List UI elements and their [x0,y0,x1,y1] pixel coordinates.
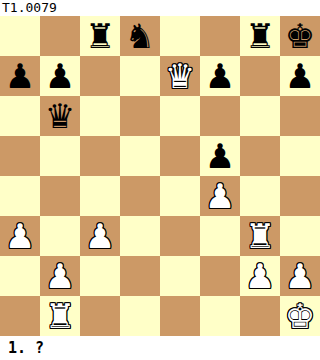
square-g2[interactable]: ♟ [240,256,280,296]
square-h4[interactable] [280,176,320,216]
piece-black-pawn: ♟ [40,56,80,96]
square-d2[interactable] [120,256,160,296]
piece-white-pawn: ♟ [280,256,320,296]
square-a6[interactable] [0,96,40,136]
square-d8[interactable]: ♞ [120,16,160,56]
piece-white-queen: ♛ [160,56,200,96]
square-g1[interactable] [240,296,280,336]
square-e7[interactable]: ♛ [160,56,200,96]
piece-black-rook: ♜ [240,16,280,56]
move-prompt: 1. ? [0,336,320,360]
square-b3[interactable] [40,216,80,256]
square-c4[interactable] [80,176,120,216]
square-h1[interactable]: ♚ [280,296,320,336]
square-d4[interactable] [120,176,160,216]
piece-white-pawn: ♟ [240,256,280,296]
square-b2[interactable]: ♟ [40,256,80,296]
square-b7[interactable]: ♟ [40,56,80,96]
square-f2[interactable] [200,256,240,296]
square-f6[interactable] [200,96,240,136]
square-h8[interactable]: ♚ [280,16,320,56]
square-c3[interactable]: ♟ [80,216,120,256]
square-b8[interactable] [40,16,80,56]
square-c1[interactable] [80,296,120,336]
square-b5[interactable] [40,136,80,176]
square-b6[interactable]: ♛ [40,96,80,136]
square-a5[interactable] [0,136,40,176]
piece-white-rook: ♜ [40,296,80,336]
square-a7[interactable]: ♟ [0,56,40,96]
square-d3[interactable] [120,216,160,256]
square-h2[interactable]: ♟ [280,256,320,296]
piece-white-pawn: ♟ [0,216,40,256]
square-f7[interactable]: ♟ [200,56,240,96]
square-g4[interactable] [240,176,280,216]
square-f5[interactable]: ♟ [200,136,240,176]
square-d7[interactable] [120,56,160,96]
square-d1[interactable] [120,296,160,336]
square-e5[interactable] [160,136,200,176]
square-b1[interactable]: ♜ [40,296,80,336]
square-g3[interactable]: ♜ [240,216,280,256]
square-f4[interactable]: ♟ [200,176,240,216]
piece-white-king: ♚ [280,296,320,336]
chess-board: ♜♞♜♚♟♟♛♟♟♛♟♟♟♟♜♟♟♟♜♚ [0,16,320,336]
piece-black-queen: ♛ [40,96,80,136]
piece-black-pawn: ♟ [200,56,240,96]
square-e2[interactable] [160,256,200,296]
square-e4[interactable] [160,176,200,216]
square-a1[interactable] [0,296,40,336]
piece-white-pawn: ♟ [40,256,80,296]
square-c6[interactable] [80,96,120,136]
puzzle-id: T1.0079 [0,0,320,16]
square-a3[interactable]: ♟ [0,216,40,256]
square-h6[interactable] [280,96,320,136]
square-d6[interactable] [120,96,160,136]
square-e8[interactable] [160,16,200,56]
square-g6[interactable] [240,96,280,136]
square-f3[interactable] [200,216,240,256]
square-d5[interactable] [120,136,160,176]
piece-black-pawn: ♟ [200,136,240,176]
piece-black-knight: ♞ [120,16,160,56]
piece-white-rook: ♜ [240,216,280,256]
square-c5[interactable] [80,136,120,176]
piece-black-rook: ♜ [80,16,120,56]
square-h5[interactable] [280,136,320,176]
square-f1[interactable] [200,296,240,336]
square-a4[interactable] [0,176,40,216]
piece-black-pawn: ♟ [280,56,320,96]
piece-white-pawn: ♟ [200,176,240,216]
square-e6[interactable] [160,96,200,136]
square-g5[interactable] [240,136,280,176]
square-c8[interactable]: ♜ [80,16,120,56]
square-f8[interactable] [200,16,240,56]
square-a2[interactable] [0,256,40,296]
square-b4[interactable] [40,176,80,216]
square-h7[interactable]: ♟ [280,56,320,96]
piece-black-pawn: ♟ [0,56,40,96]
square-g8[interactable]: ♜ [240,16,280,56]
square-h3[interactable] [280,216,320,256]
piece-black-king: ♚ [280,16,320,56]
piece-white-pawn: ♟ [80,216,120,256]
square-c2[interactable] [80,256,120,296]
square-a8[interactable] [0,16,40,56]
square-e3[interactable] [160,216,200,256]
square-c7[interactable] [80,56,120,96]
square-e1[interactable] [160,296,200,336]
square-g7[interactable] [240,56,280,96]
